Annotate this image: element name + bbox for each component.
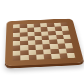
board-grid [13, 22, 76, 60]
chess-board [5, 19, 84, 67]
photo-background [0, 0, 84, 84]
square [67, 53, 76, 58]
square [13, 55, 21, 61]
